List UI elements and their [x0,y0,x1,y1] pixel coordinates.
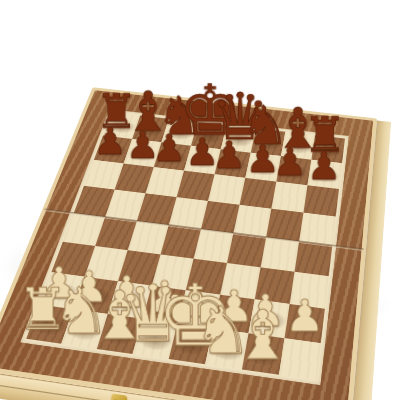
scene: ♜♝♞♚♛♞♝♜♟♟♟♟♟♟♟♟♟♟♟♟♟♟♟♟♜♞♝♛♚♞♝ [8,18,392,388]
black-pawn[interactable]: ♟ [308,160,343,189]
photo-stage: ♜♝♞♚♛♞♝♜♟♟♟♟♟♟♟♟♟♟♟♟♟♟♟♟♜♞♝♛♚♞♝ [0,0,400,400]
piece-glyph: ♝ [228,301,296,369]
square-h7[interactable]: ♟ [308,160,343,189]
square-g6[interactable] [271,182,307,213]
square-f6[interactable] [240,178,277,209]
brass-clasp [110,393,127,400]
chess-board: ♜♝♞♚♛♞♝♜♟♟♟♟♟♟♟♟♟♟♟♟♟♟♟♟♜♞♝♛♚♞♝ [0,87,377,400]
clasp-plate [110,393,127,400]
square-f4[interactable] [227,233,266,267]
square-h4[interactable] [295,241,333,276]
piece-glyph: ♟ [295,147,352,185]
